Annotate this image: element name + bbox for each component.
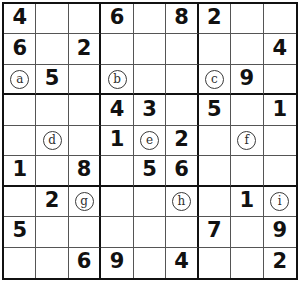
circle-label-i: i (270, 192, 289, 211)
cell-r7c7[interactable] (199, 187, 231, 217)
given-digit: 4 (110, 99, 125, 120)
cell-r3c9[interactable] (264, 65, 296, 95)
cell-r9c3[interactable]: 6 (69, 248, 101, 278)
cell-r1c5[interactable] (134, 4, 166, 34)
cell-r2c9[interactable]: 4 (264, 34, 296, 64)
cell-r9c4[interactable]: 9 (101, 248, 133, 278)
cell-r7c5[interactable] (134, 187, 166, 217)
circle-label-f: f (237, 131, 256, 150)
cell-r3c5[interactable] (134, 65, 166, 95)
cell-r9c7[interactable] (199, 248, 231, 278)
sudoku-board-wrap: 4682624a5bc94351d1e2f18562gh1i5796942 (0, 0, 300, 282)
cell-r8c3[interactable] (69, 217, 101, 247)
cell-r3c7[interactable]: c (199, 65, 231, 95)
cell-r5c6[interactable]: 2 (166, 126, 198, 156)
given-digit: 1 (110, 129, 125, 150)
cell-r6c5[interactable]: 5 (134, 156, 166, 186)
cell-r2c3[interactable]: 2 (69, 34, 101, 64)
given-digit: 6 (174, 159, 189, 180)
cell-r4c3[interactable] (69, 95, 101, 125)
given-digit: 5 (207, 99, 222, 120)
cell-r4c1[interactable] (4, 95, 36, 125)
given-digit: 2 (45, 190, 60, 211)
given-digit: 2 (272, 251, 287, 272)
cell-r5c2[interactable]: d (36, 126, 68, 156)
cell-r5c1[interactable] (4, 126, 36, 156)
cell-r7c2[interactable]: 2 (36, 187, 68, 217)
circle-label-c: c (205, 70, 224, 89)
cell-r9c1[interactable] (4, 248, 36, 278)
cell-r8c8[interactable] (231, 217, 263, 247)
circle-label-g: g (75, 192, 94, 211)
cell-r8c1[interactable]: 5 (4, 217, 36, 247)
cell-r9c5[interactable] (134, 248, 166, 278)
cell-r8c7[interactable]: 7 (199, 217, 231, 247)
given-digit: 8 (174, 7, 189, 28)
cell-r8c2[interactable] (36, 217, 68, 247)
cell-r4c7[interactable]: 5 (199, 95, 231, 125)
cell-r5c9[interactable] (264, 126, 296, 156)
given-digit: 3 (142, 99, 157, 120)
circle-label-b: b (108, 70, 127, 89)
cell-r4c6[interactable] (166, 95, 198, 125)
cell-r4c9[interactable]: 1 (264, 95, 296, 125)
cell-r7c3[interactable]: g (69, 187, 101, 217)
cell-r2c1[interactable]: 6 (4, 34, 36, 64)
given-digit: 6 (77, 251, 92, 272)
cell-r9c9[interactable]: 2 (264, 248, 296, 278)
cell-r1c8[interactable] (231, 4, 263, 34)
given-digit: 6 (12, 38, 27, 59)
cell-r3c6[interactable] (166, 65, 198, 95)
cell-r1c2[interactable] (36, 4, 68, 34)
given-digit: 4 (174, 251, 189, 272)
cell-r6c1[interactable]: 1 (4, 156, 36, 186)
cell-r8c5[interactable] (134, 217, 166, 247)
given-digit: 2 (207, 7, 222, 28)
given-digit: 5 (142, 159, 157, 180)
cell-r3c1[interactable]: a (4, 65, 36, 95)
cell-r5c5[interactable]: e (134, 126, 166, 156)
cell-r5c7[interactable] (199, 126, 231, 156)
cell-r9c6[interactable]: 4 (166, 248, 198, 278)
cell-r6c8[interactable] (231, 156, 263, 186)
given-digit: 1 (12, 159, 27, 180)
given-digit: 9 (240, 68, 255, 89)
cell-r2c2[interactable] (36, 34, 68, 64)
cell-r6c3[interactable]: 8 (69, 156, 101, 186)
cell-r1c9[interactable] (264, 4, 296, 34)
cell-r6c7[interactable] (199, 156, 231, 186)
cell-r1c4[interactable]: 6 (101, 4, 133, 34)
cell-r1c7[interactable]: 2 (199, 4, 231, 34)
cell-r3c8[interactable]: 9 (231, 65, 263, 95)
cell-r4c5[interactable]: 3 (134, 95, 166, 125)
cell-r6c9[interactable] (264, 156, 296, 186)
given-digit: 2 (174, 129, 189, 150)
given-digit: 5 (12, 220, 27, 241)
given-digit: 7 (207, 220, 222, 241)
circle-label-e: e (140, 131, 159, 150)
given-digit: 4 (12, 7, 27, 28)
cell-r7c1[interactable] (4, 187, 36, 217)
given-digit: 1 (272, 99, 287, 120)
cell-r3c4[interactable]: b (101, 65, 133, 95)
sudoku-board: 4682624a5bc94351d1e2f18562gh1i5796942 (2, 2, 298, 280)
cell-r5c3[interactable] (69, 126, 101, 156)
cell-r2c4[interactable] (101, 34, 133, 64)
cell-r4c4[interactable]: 4 (101, 95, 133, 125)
cell-r6c6[interactable]: 6 (166, 156, 198, 186)
given-digit: 6 (110, 7, 125, 28)
cell-r3c2[interactable]: 5 (36, 65, 68, 95)
cell-r7c9[interactable]: i (264, 187, 296, 217)
cell-r7c8[interactable]: 1 (231, 187, 263, 217)
cell-r2c8[interactable] (231, 34, 263, 64)
cell-r6c4[interactable] (101, 156, 133, 186)
cell-r8c4[interactable] (101, 217, 133, 247)
cell-r2c6[interactable] (166, 34, 198, 64)
circle-label-h: h (172, 192, 191, 211)
cell-r4c2[interactable] (36, 95, 68, 125)
cell-r8c6[interactable] (166, 217, 198, 247)
given-digit: 9 (272, 220, 287, 241)
circle-label-d: d (43, 131, 62, 150)
cell-r5c4[interactable]: 1 (101, 126, 133, 156)
cell-r3c3[interactable] (69, 65, 101, 95)
cell-r7c6[interactable]: h (166, 187, 198, 217)
given-digit: 8 (77, 159, 92, 180)
cell-r5c8[interactable]: f (231, 126, 263, 156)
given-digit: 2 (77, 38, 92, 59)
given-digit: 1 (240, 190, 255, 211)
given-digit: 9 (110, 251, 125, 272)
given-digit: 5 (45, 68, 60, 89)
cell-r2c5[interactable] (134, 34, 166, 64)
circle-label-a: a (10, 70, 29, 89)
cell-r2c7[interactable] (199, 34, 231, 64)
cell-r6c2[interactable] (36, 156, 68, 186)
cell-r1c6[interactable]: 8 (166, 4, 198, 34)
given-digit: 4 (272, 38, 287, 59)
cell-r7c4[interactable] (101, 187, 133, 217)
cell-r4c8[interactable] (231, 95, 263, 125)
cell-r1c3[interactable] (69, 4, 101, 34)
cell-r8c9[interactable]: 9 (264, 217, 296, 247)
cell-r9c2[interactable] (36, 248, 68, 278)
cell-r1c1[interactable]: 4 (4, 4, 36, 34)
cell-r9c8[interactable] (231, 248, 263, 278)
